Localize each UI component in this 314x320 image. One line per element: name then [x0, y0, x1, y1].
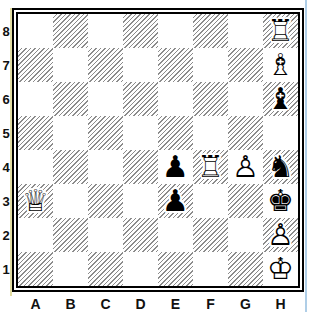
- square-b4[interactable]: [53, 150, 88, 184]
- square-g6[interactable]: [228, 82, 263, 116]
- square-e5[interactable]: [158, 116, 193, 150]
- square-a6[interactable]: [18, 82, 53, 116]
- file-label-f: F: [193, 294, 228, 314]
- piece-black-pawn[interactable]: ♟: [158, 150, 193, 184]
- white-pawn-glyph-outline: ♙: [263, 218, 298, 252]
- file-label-h: H: [263, 294, 298, 314]
- rank-label-5: 5: [0, 116, 12, 150]
- square-d2[interactable]: [123, 218, 158, 252]
- square-f8[interactable]: [193, 14, 228, 48]
- square-d7[interactable]: [123, 48, 158, 82]
- file-label-b: B: [53, 294, 88, 314]
- square-d6[interactable]: [123, 82, 158, 116]
- square-e6[interactable]: [158, 82, 193, 116]
- square-c8[interactable]: [88, 14, 123, 48]
- chess-board: ♜♖♝♗♝♟♜♖♟♙♞♛♕♟♚♟♙♚♔: [18, 14, 298, 286]
- file-label-c: C: [88, 294, 123, 314]
- file-label-e: E: [158, 294, 193, 314]
- square-a5[interactable]: [18, 116, 53, 150]
- black-knight-glyph-fill: ♞: [263, 150, 298, 184]
- white-queen-glyph-outline: ♕: [18, 184, 53, 218]
- square-g2[interactable]: [228, 218, 263, 252]
- square-g4[interactable]: ♟♙: [228, 150, 263, 184]
- black-king-glyph-fill: ♚: [263, 184, 298, 218]
- square-c7[interactable]: [88, 48, 123, 82]
- square-a8[interactable]: [18, 14, 53, 48]
- piece-white-bishop[interactable]: ♝♗: [263, 48, 298, 82]
- square-b8[interactable]: [53, 14, 88, 48]
- square-e1[interactable]: [158, 252, 193, 286]
- square-h6[interactable]: ♝: [263, 82, 298, 116]
- square-c6[interactable]: [88, 82, 123, 116]
- square-d1[interactable]: [123, 252, 158, 286]
- square-h8[interactable]: ♜♖: [263, 14, 298, 48]
- square-a7[interactable]: [18, 48, 53, 82]
- square-c3[interactable]: [88, 184, 123, 218]
- rank-label-8: 8: [0, 14, 12, 48]
- file-label-d: D: [123, 294, 158, 314]
- square-b3[interactable]: [53, 184, 88, 218]
- square-c1[interactable]: [88, 252, 123, 286]
- piece-white-pawn[interactable]: ♟♙: [263, 218, 298, 252]
- piece-white-pawn[interactable]: ♟♙: [228, 150, 263, 184]
- square-g1[interactable]: [228, 252, 263, 286]
- square-b2[interactable]: [53, 218, 88, 252]
- white-pawn-glyph-outline: ♙: [228, 150, 263, 184]
- white-rook-glyph-outline: ♖: [263, 14, 298, 48]
- square-e7[interactable]: [158, 48, 193, 82]
- square-a4[interactable]: [18, 150, 53, 184]
- square-g8[interactable]: [228, 14, 263, 48]
- rank-label-4: 4: [0, 150, 12, 184]
- rank-label-1: 1: [0, 252, 12, 286]
- square-f1[interactable]: [193, 252, 228, 286]
- square-g5[interactable]: [228, 116, 263, 150]
- piece-black-bishop[interactable]: ♝: [263, 82, 298, 116]
- rank-labels: 87654321: [0, 14, 12, 286]
- piece-white-queen[interactable]: ♛♕: [18, 184, 53, 218]
- chess-board-frame: ♜♖♝♗♝♟♜♖♟♙♞♛♕♟♚♟♙♚♔: [12, 8, 304, 292]
- rank-label-2: 2: [0, 218, 12, 252]
- square-a1[interactable]: [18, 252, 53, 286]
- square-e3[interactable]: ♟: [158, 184, 193, 218]
- piece-black-king[interactable]: ♚: [263, 184, 298, 218]
- black-pawn-glyph-fill: ♟: [158, 184, 193, 218]
- square-h7[interactable]: ♝♗: [263, 48, 298, 82]
- scan-artifact-right-line: [305, 0, 307, 312]
- square-g3[interactable]: [228, 184, 263, 218]
- square-g7[interactable]: [228, 48, 263, 82]
- chess-diagram-page: 87654321 ♜♖♝♗♝♟♜♖♟♙♞♛♕♟♚♟♙♚♔ ABCDEFGH: [0, 0, 314, 320]
- rank-label-7: 7: [0, 48, 12, 82]
- file-label-g: G: [228, 294, 263, 314]
- chess-board-inner-frame: ♜♖♝♗♝♟♜♖♟♙♞♛♕♟♚♟♙♚♔: [16, 12, 300, 288]
- square-c5[interactable]: [88, 116, 123, 150]
- square-e8[interactable]: [158, 14, 193, 48]
- square-f7[interactable]: [193, 48, 228, 82]
- square-f6[interactable]: [193, 82, 228, 116]
- square-f4[interactable]: ♜♖: [193, 150, 228, 184]
- square-a3[interactable]: ♛♕: [18, 184, 53, 218]
- rank-label-6: 6: [0, 82, 12, 116]
- square-e2[interactable]: [158, 218, 193, 252]
- white-king-glyph-outline: ♔: [263, 252, 298, 286]
- square-c4[interactable]: [88, 150, 123, 184]
- square-f5[interactable]: [193, 116, 228, 150]
- piece-black-knight[interactable]: ♞: [263, 150, 298, 184]
- piece-white-king[interactable]: ♚♔: [263, 252, 298, 286]
- piece-white-rook[interactable]: ♜♖: [263, 14, 298, 48]
- square-b7[interactable]: [53, 48, 88, 82]
- square-h4[interactable]: ♞: [263, 150, 298, 184]
- black-bishop-glyph-fill: ♝: [263, 82, 298, 116]
- square-d3[interactable]: [123, 184, 158, 218]
- square-f3[interactable]: [193, 184, 228, 218]
- square-d8[interactable]: [123, 14, 158, 48]
- square-a2[interactable]: [18, 218, 53, 252]
- square-d5[interactable]: [123, 116, 158, 150]
- piece-black-pawn[interactable]: ♟: [158, 184, 193, 218]
- piece-white-rook[interactable]: ♜♖: [193, 150, 228, 184]
- square-h5[interactable]: [263, 116, 298, 150]
- square-c2[interactable]: [88, 218, 123, 252]
- black-pawn-glyph-fill: ♟: [158, 150, 193, 184]
- square-b6[interactable]: [53, 82, 88, 116]
- rank-label-3: 3: [0, 184, 12, 218]
- square-f2[interactable]: [193, 218, 228, 252]
- square-h3[interactable]: ♚: [263, 184, 298, 218]
- white-bishop-glyph-outline: ♗: [263, 48, 298, 82]
- square-h1[interactable]: ♚♔: [263, 252, 298, 286]
- square-b1[interactable]: [53, 252, 88, 286]
- white-rook-glyph-outline: ♖: [193, 150, 228, 184]
- square-h2[interactable]: ♟♙: [263, 218, 298, 252]
- square-e4[interactable]: ♟: [158, 150, 193, 184]
- file-label-a: A: [18, 294, 53, 314]
- square-b5[interactable]: [53, 116, 88, 150]
- file-labels: ABCDEFGH: [18, 294, 298, 314]
- square-d4[interactable]: [123, 150, 158, 184]
